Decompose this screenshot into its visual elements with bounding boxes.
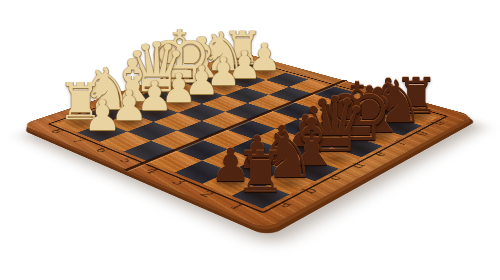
board-squares — [56, 61, 440, 209]
chess-board: 12345678abcdefgh — [21, 52, 473, 229]
product-photo-scene: 12345678abcdefgh ♜♞♝♛♚♝♞♜♟♟♟♟♟♟♟♟♟♟♟♟♟♟♟… — [0, 0, 500, 280]
